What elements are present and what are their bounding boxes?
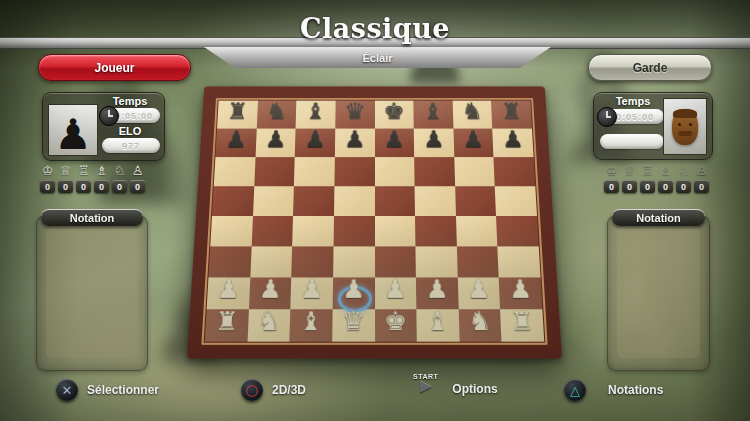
time-display-left: 00:05:00 xyxy=(102,108,160,123)
square-e7[interactable]: ♟ xyxy=(375,129,415,158)
start-button-icon[interactable]: START ▶ xyxy=(413,373,438,393)
square-d7[interactable]: ♟ xyxy=(335,129,375,158)
elo-value: 977 xyxy=(122,141,140,151)
bishop-icon: ♗ xyxy=(660,163,672,178)
square-d3[interactable] xyxy=(333,246,375,277)
square-b3[interactable] xyxy=(250,246,292,277)
rook-icon: ♖ xyxy=(78,163,90,178)
square-d6[interactable] xyxy=(334,157,374,186)
captured-king-counter: ♔0 xyxy=(40,163,55,193)
black-pawn-h7[interactable]: ♟ xyxy=(501,128,524,151)
square-g3[interactable] xyxy=(457,246,499,277)
square-a1[interactable]: ♜ xyxy=(205,309,249,341)
bishop-icon: ♗ xyxy=(96,163,108,178)
game-mode-banner: Éclair xyxy=(204,47,551,68)
square-d1[interactable]: ♛ xyxy=(332,309,374,341)
captured-count: 0 xyxy=(622,180,637,193)
square-g2[interactable]: ♟ xyxy=(458,277,501,309)
black-pawn-d7[interactable]: ♟ xyxy=(344,128,366,151)
elo-label: ELO xyxy=(100,125,160,137)
square-g4[interactable] xyxy=(456,216,498,246)
square-h7[interactable]: ♟ xyxy=(493,129,534,158)
notation-list-left[interactable] xyxy=(36,215,148,371)
white-pawn-c2[interactable]: ♟ xyxy=(300,276,324,302)
cross-button-icon[interactable]: ✕ xyxy=(56,379,78,401)
chess-board[interactable]: ♜♞♝♛♚♝♞♜♟♟♟♟♟♟♟♟♟♟♟♟♟♟♟♟♜♞♝♛♚♝♞♜ xyxy=(187,86,562,358)
square-f2[interactable]: ♟ xyxy=(416,277,458,309)
square-f8[interactable]: ♝ xyxy=(413,101,453,129)
notation-list-right[interactable] xyxy=(607,215,710,371)
square-g8[interactable]: ♞ xyxy=(452,101,492,129)
square-b7[interactable]: ♟ xyxy=(255,129,296,158)
square-e8[interactable]: ♚ xyxy=(375,101,414,129)
clock-icon xyxy=(99,106,119,126)
square-d4[interactable] xyxy=(333,216,374,246)
black-pawn-f7[interactable]: ♟ xyxy=(423,128,445,151)
square-d5[interactable] xyxy=(334,186,375,216)
white-pawn-h2[interactable]: ♟ xyxy=(508,276,532,302)
square-f4[interactable] xyxy=(415,216,457,246)
square-g5[interactable] xyxy=(455,186,496,216)
white-king-e1[interactable]: ♚ xyxy=(384,308,407,334)
black-knight-b8[interactable]: ♞ xyxy=(265,100,287,122)
captured-count: 0 xyxy=(676,180,691,193)
pawn-icon: ♙ xyxy=(132,163,144,178)
captured-queen-counter: ♕0 xyxy=(622,163,637,193)
start-arrow-icon: ▶ xyxy=(420,380,432,393)
white-bishop-c1[interactable]: ♝ xyxy=(299,308,323,334)
black-bishop-f8[interactable]: ♝ xyxy=(422,100,444,122)
black-pawn-a7[interactable]: ♟ xyxy=(225,128,248,151)
knight-icon: ♘ xyxy=(678,163,690,178)
circle-button-icon[interactable]: ○ xyxy=(241,379,263,401)
square-c1[interactable]: ♝ xyxy=(290,309,333,341)
time-display-right: 00:05:00 xyxy=(600,109,664,124)
elo-display: 977 xyxy=(102,138,160,153)
square-h2[interactable]: ♟ xyxy=(499,277,542,309)
square-c2[interactable]: ♟ xyxy=(291,277,333,309)
captured-count: 0 xyxy=(58,180,73,193)
captured-queen-counter: ♕0 xyxy=(58,163,73,193)
player-card-right: Temps 00:05:00 xyxy=(593,92,713,160)
square-e6[interactable] xyxy=(375,157,415,186)
square-g6[interactable] xyxy=(454,157,495,186)
white-knight-g1[interactable]: ♞ xyxy=(468,308,492,334)
captured-rook-counter: ♖0 xyxy=(76,163,91,193)
square-b1[interactable]: ♞ xyxy=(247,309,290,341)
triangle-button-icon[interactable]: △ xyxy=(564,379,586,401)
notation-header-right: Notation xyxy=(612,209,705,226)
notation-header-left: Notation xyxy=(41,209,143,226)
knight-icon: ♘ xyxy=(114,163,126,178)
square-a8[interactable]: ♜ xyxy=(217,101,258,129)
captured-count: 0 xyxy=(94,180,109,193)
square-g7[interactable]: ♟ xyxy=(453,129,494,158)
page-title: Classique xyxy=(0,13,750,44)
captured-knight-counter: ♘0 xyxy=(676,163,691,193)
black-pawn-avatar-icon: ♟ xyxy=(54,115,92,155)
square-b8[interactable]: ♞ xyxy=(256,101,296,129)
player-avatar-left: ♟ xyxy=(48,104,98,156)
board-squares: ♜♞♝♛♚♝♞♜♟♟♟♟♟♟♟♟♟♟♟♟♟♟♟♟♜♞♝♛♚♝♞♜ xyxy=(205,101,545,342)
square-g1[interactable]: ♞ xyxy=(458,309,501,341)
square-f1[interactable]: ♝ xyxy=(416,309,459,341)
select-control[interactable]: ✕ Sélectionner xyxy=(56,379,159,401)
white-rook-h1[interactable]: ♜ xyxy=(510,308,535,334)
clock-icon xyxy=(597,107,617,127)
captured-bishop-counter: ♗0 xyxy=(94,163,109,193)
square-h5[interactable] xyxy=(495,186,537,216)
square-b6[interactable] xyxy=(254,157,295,186)
square-a3[interactable] xyxy=(208,246,251,277)
square-c3[interactable] xyxy=(291,246,333,277)
captured-pawn-counter: ♙0 xyxy=(694,163,709,193)
queen-icon: ♕ xyxy=(60,163,72,178)
black-pawn-e7[interactable]: ♟ xyxy=(383,128,405,151)
white-pawn-f2[interactable]: ♟ xyxy=(425,276,449,302)
wooden-figure-avatar xyxy=(672,109,698,145)
notation-panel-right: Notation xyxy=(607,209,710,371)
player-card-left: ♟ Temps 00:05:00 ELO 977 xyxy=(42,92,165,161)
square-a6[interactable] xyxy=(214,157,255,186)
captured-count: 0 xyxy=(694,180,709,193)
square-a2[interactable]: ♟ xyxy=(207,277,250,309)
square-a7[interactable]: ♟ xyxy=(215,129,256,158)
square-b5[interactable] xyxy=(253,186,294,216)
square-h4[interactable] xyxy=(496,216,538,246)
pawn-icon: ♙ xyxy=(696,163,708,178)
time-label-right: Temps xyxy=(602,95,664,107)
game-screen: ♞ ♟ ♝ ♙ ♟ Classique Éclair Joueur ♟ Temp… xyxy=(0,0,750,421)
options-label: Options xyxy=(452,382,497,396)
white-pawn-d2[interactable]: ♟ xyxy=(342,276,365,302)
captured-rook-counter: ♖0 xyxy=(640,163,655,193)
captured-count: 0 xyxy=(640,180,655,193)
captured-count: 0 xyxy=(76,180,91,193)
square-c7[interactable]: ♟ xyxy=(295,129,335,158)
black-rook-a8[interactable]: ♜ xyxy=(226,100,249,122)
captured-count: 0 xyxy=(658,180,673,193)
view-toggle-label: 2D/3D xyxy=(272,383,306,397)
square-f6[interactable] xyxy=(414,157,455,186)
white-pawn-a2[interactable]: ♟ xyxy=(216,276,240,302)
captured-pieces-right: ♔0♕0♖0♗0♘0♙0 xyxy=(604,163,709,193)
square-e2[interactable]: ♟ xyxy=(375,277,417,309)
notation-panel-left: Notation xyxy=(36,209,148,371)
square-c5[interactable] xyxy=(293,186,334,216)
captured-pawn-counter: ♙0 xyxy=(130,163,145,193)
captured-king-counter: ♔0 xyxy=(604,163,619,193)
notations-label: Notations xyxy=(608,383,663,397)
square-c4[interactable] xyxy=(292,216,334,246)
black-king-e8[interactable]: ♚ xyxy=(383,100,405,122)
captured-bishop-counter: ♗0 xyxy=(658,163,673,193)
square-f3[interactable] xyxy=(416,246,458,277)
captured-knight-counter: ♘0 xyxy=(112,163,127,193)
square-d8[interactable]: ♛ xyxy=(335,101,374,129)
white-queen-d1[interactable]: ♛ xyxy=(342,308,365,334)
square-h8[interactable]: ♜ xyxy=(491,101,532,129)
black-pawn-b7[interactable]: ♟ xyxy=(264,128,287,151)
select-label: Sélectionner xyxy=(87,383,159,397)
square-f5[interactable] xyxy=(415,186,456,216)
view-toggle-control[interactable]: ○ 2D/3D xyxy=(241,379,306,401)
square-c8[interactable]: ♝ xyxy=(296,101,336,129)
captured-count: 0 xyxy=(604,180,619,193)
square-b4[interactable] xyxy=(251,216,293,246)
queen-icon: ♕ xyxy=(624,163,636,178)
white-pawn-e2[interactable]: ♟ xyxy=(384,276,407,302)
square-c6[interactable] xyxy=(294,157,335,186)
square-e5[interactable] xyxy=(375,186,416,216)
captured-pieces-left: ♔0♕0♖0♗0♘0♙0 xyxy=(40,163,145,193)
black-knight-g8[interactable]: ♞ xyxy=(461,100,483,122)
white-bishop-f1[interactable]: ♝ xyxy=(426,308,450,334)
white-pawn-b2[interactable]: ♟ xyxy=(258,276,282,302)
captured-count: 0 xyxy=(112,180,127,193)
game-mode-label: Éclair xyxy=(363,52,393,64)
king-icon: ♔ xyxy=(42,163,54,178)
player-name-button-left[interactable]: Joueur xyxy=(38,54,191,81)
captured-count: 0 xyxy=(40,180,55,193)
square-h6[interactable] xyxy=(494,157,535,186)
king-icon: ♔ xyxy=(606,163,618,178)
square-b2[interactable]: ♟ xyxy=(249,277,292,309)
black-pawn-c7[interactable]: ♟ xyxy=(304,128,326,151)
square-e4[interactable] xyxy=(375,216,416,246)
white-pawn-g2[interactable]: ♟ xyxy=(467,276,491,302)
player-name-button-right[interactable]: Garde xyxy=(588,54,712,81)
white-rook-a1[interactable]: ♜ xyxy=(215,308,240,334)
black-rook-h8[interactable]: ♜ xyxy=(500,100,523,122)
player-avatar-right xyxy=(663,98,707,155)
captured-count: 0 xyxy=(130,180,145,193)
black-pawn-g7[interactable]: ♟ xyxy=(462,128,485,151)
notations-control[interactable]: △ Notations xyxy=(564,379,663,401)
empty-display-right xyxy=(600,134,664,149)
square-a5[interactable] xyxy=(212,186,254,216)
black-queen-d8[interactable]: ♛ xyxy=(344,100,366,122)
square-e1[interactable]: ♚ xyxy=(375,309,417,341)
white-knight-b1[interactable]: ♞ xyxy=(257,308,281,334)
square-d2[interactable]: ♟ xyxy=(333,277,375,309)
black-bishop-c8[interactable]: ♝ xyxy=(305,100,327,122)
square-f7[interactable]: ♟ xyxy=(414,129,454,158)
square-e3[interactable] xyxy=(375,246,417,277)
options-control[interactable]: START ▶ Options xyxy=(413,373,498,396)
square-a4[interactable] xyxy=(210,216,252,246)
square-h3[interactable] xyxy=(498,246,541,277)
rook-icon: ♖ xyxy=(642,163,654,178)
square-h1[interactable]: ♜ xyxy=(500,309,544,341)
